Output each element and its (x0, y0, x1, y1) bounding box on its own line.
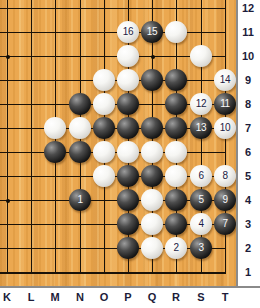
stone-S5[interactable]: 6 (190, 165, 212, 187)
stone-R8[interactable] (165, 93, 187, 115)
row-label-6: 6 (238, 146, 258, 159)
col-label-O: O (95, 291, 113, 303)
row-label-3: 3 (238, 218, 258, 231)
col-label-P: P (119, 291, 137, 303)
row-label-10: 10 (238, 50, 258, 63)
stone-O8[interactable] (93, 93, 115, 115)
row-label-4: 4 (238, 194, 258, 207)
stone-move-number: 5 (198, 195, 203, 205)
stone-R2[interactable]: 2 (165, 237, 187, 259)
col-label-N: N (71, 291, 89, 303)
stone-move-number: 11 (220, 99, 230, 109)
stone-P5[interactable] (117, 165, 139, 187)
stone-move-number: 3 (198, 243, 203, 253)
star-point-K10 (6, 55, 10, 59)
stone-R9[interactable] (165, 69, 187, 91)
row-label-2: 2 (238, 242, 258, 255)
stone-Q6[interactable] (141, 141, 163, 163)
col-label-L: L (22, 291, 40, 303)
stone-M7[interactable] (44, 117, 66, 139)
stone-T9[interactable]: 14 (214, 69, 236, 91)
col-label-M: M (46, 291, 64, 303)
stone-P8[interactable] (117, 93, 139, 115)
stone-T4[interactable]: 9 (214, 189, 236, 211)
stone-move-number: 16 (123, 27, 133, 37)
row-label-1: 1 (238, 266, 258, 279)
stone-O5[interactable] (93, 165, 115, 187)
stone-P2[interactable] (117, 237, 139, 259)
stone-move-number: 9 (222, 195, 227, 205)
stone-move-number: 12 (196, 99, 206, 109)
stone-move-number: 14 (220, 75, 230, 85)
col-label-R: R (167, 291, 185, 303)
row-label-7: 7 (238, 122, 258, 135)
stone-Q11[interactable]: 15 (141, 21, 163, 43)
stone-P10[interactable] (117, 45, 139, 67)
stone-T8[interactable]: 11 (214, 93, 236, 115)
grid-line-row-1 (0, 272, 226, 274)
stone-S8[interactable]: 12 (190, 93, 212, 115)
stone-M6[interactable] (44, 141, 66, 163)
stone-move-number: 13 (196, 123, 206, 133)
stone-Q9[interactable] (141, 69, 163, 91)
stone-move-number: 4 (198, 219, 203, 229)
stone-Q3[interactable] (141, 213, 163, 235)
stone-R4[interactable] (165, 189, 187, 211)
stone-S2[interactable]: 3 (190, 237, 212, 259)
stone-R6[interactable] (165, 141, 187, 163)
stone-S4[interactable]: 5 (190, 189, 212, 211)
stone-O9[interactable] (93, 69, 115, 91)
stone-R5[interactable] (165, 165, 187, 187)
stone-Q4[interactable] (141, 189, 163, 211)
stone-move-number: 2 (173, 243, 178, 253)
row-label-9: 9 (238, 74, 258, 87)
star-point-Q10 (151, 55, 155, 59)
grid-line-row-12 (0, 8, 226, 9)
grid-line-row-11 (0, 32, 226, 33)
stone-P7[interactable] (117, 117, 139, 139)
star-point-K4 (6, 199, 10, 203)
stone-move-number: 6 (198, 171, 203, 181)
stone-T5[interactable]: 8 (214, 165, 236, 187)
go-board[interactable]: 16151412111310681594723 (0, 0, 237, 287)
stone-R7[interactable] (165, 117, 187, 139)
stone-Q5[interactable] (141, 165, 163, 187)
grid-line-col-L (31, 0, 32, 273)
row-label-11: 11 (238, 26, 258, 39)
stone-P3[interactable] (117, 213, 139, 235)
col-label-S: S (192, 291, 210, 303)
stone-N8[interactable] (69, 93, 91, 115)
grid-line-col-K (7, 0, 8, 273)
stone-move-number: 7 (222, 219, 227, 229)
stone-P6[interactable] (117, 141, 139, 163)
stone-move-number: 10 (220, 123, 230, 133)
stone-Q2[interactable] (141, 237, 163, 259)
stone-R3[interactable] (165, 213, 187, 235)
stone-N4[interactable]: 1 (69, 189, 91, 211)
stone-N6[interactable] (69, 141, 91, 163)
stone-R11[interactable] (165, 21, 187, 43)
stone-move-number: 1 (77, 195, 82, 205)
stone-O6[interactable] (93, 141, 115, 163)
stone-S10[interactable] (190, 45, 212, 67)
stone-move-number: 15 (147, 27, 157, 37)
row-label-8: 8 (238, 98, 258, 111)
stone-S7[interactable]: 13 (190, 117, 212, 139)
col-label-Q: Q (143, 291, 161, 303)
col-label-K: K (0, 291, 16, 303)
stone-P11[interactable]: 16 (117, 21, 139, 43)
stone-N7[interactable] (69, 117, 91, 139)
stone-S3[interactable]: 4 (190, 213, 212, 235)
stone-move-number: 8 (222, 171, 227, 181)
col-label-T: T (216, 291, 234, 303)
row-label-12: 12 (238, 2, 258, 15)
stone-P4[interactable] (117, 189, 139, 211)
stone-T3[interactable]: 7 (214, 213, 236, 235)
stone-P9[interactable] (117, 69, 139, 91)
stone-Q7[interactable] (141, 117, 163, 139)
stone-O7[interactable] (93, 117, 115, 139)
stone-T7[interactable]: 10 (214, 117, 236, 139)
go-diagram: 16151412111310681594723 KLMNOPQRST121110… (0, 0, 260, 308)
row-label-5: 5 (238, 170, 258, 183)
